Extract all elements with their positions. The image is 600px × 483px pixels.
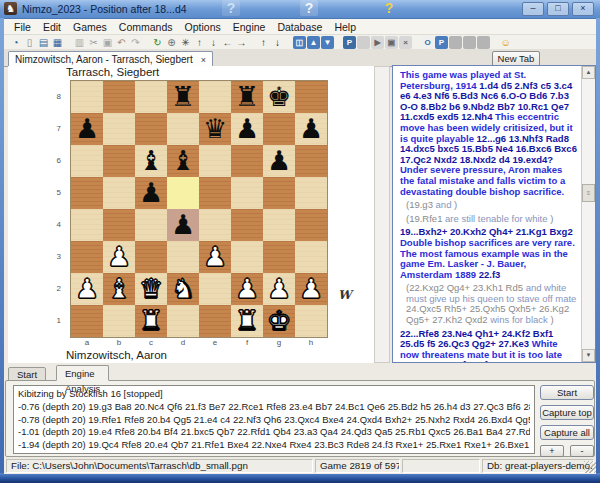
square-g1[interactable]: ♚ [263, 305, 295, 337]
save-icon[interactable]: ▦ [51, 36, 64, 49]
piece-bP-a7: ♟ [75, 113, 99, 145]
piece-wN-d2: ♞ [171, 273, 195, 305]
square-c8[interactable] [135, 81, 167, 113]
file-label: a [71, 338, 103, 347]
square-h5[interactable] [295, 177, 327, 209]
square-g6[interactable]: ♟ [263, 145, 295, 177]
board-panel: Tarrasch, Siegbert 87654321 ♜♜♚♟♛♟♟♝♝♟♟♟… [8, 66, 374, 363]
menu-commands[interactable]: Commands [113, 21, 179, 33]
stop-icon[interactable]: ▣ [385, 36, 398, 49]
rank-label: 7 [48, 113, 66, 145]
app-icon: ♞ [4, 2, 17, 15]
square-b6[interactable] [103, 145, 135, 177]
position-setup-icon[interactable]: P [343, 36, 356, 49]
square-d4[interactable]: ♟ [167, 209, 199, 241]
scroll-up-icon[interactable]: ▲ [582, 66, 595, 79]
square-h3[interactable] [295, 241, 327, 273]
square-f8[interactable]: ♜ [231, 81, 263, 113]
square-e5[interactable] [199, 177, 231, 209]
square-e4[interactable] [199, 209, 231, 241]
variation-paragraph: (19.g3 and ) [406, 200, 578, 211]
rank-label: 3 [48, 241, 66, 273]
move-forward-icon[interactable]: → [235, 36, 248, 49]
move-text[interactable]: (22.Kxg2 Qg4+ 23.Kh1 Rd5 [406, 282, 526, 293]
menu-help[interactable]: Help [328, 21, 362, 33]
engine-line[interactable]: -1.94 (depth 20) 19.Qc4 Rfe8 20.e4 Qb7 2… [18, 439, 530, 452]
piece-wP-a2: ♟ [75, 273, 99, 305]
square-h1[interactable] [295, 305, 327, 337]
move-text[interactable]: ) [550, 213, 553, 224]
engine-line[interactable]: -0.78 (depth 20) 19.Rfe1 Rfe8 20.b4 Qg5 … [18, 414, 530, 427]
disabled-icon-3[interactable] [477, 36, 490, 49]
move-text[interactable]: 22...Rfe8 23.Ne4 Qh1+ 24.Kf2 Bxf1 25.d5 … [400, 328, 553, 350]
board-flip-icon[interactable] [357, 36, 370, 49]
file-label: g [263, 338, 295, 347]
comment-text: and [436, 199, 455, 210]
background-question-icon: ? [222, 0, 240, 16]
background-question-icon: ? [300, 0, 318, 16]
annotation-panel: This game was played at St. Petersburg, … [392, 65, 596, 363]
move-text[interactable]: 19...Bxh2+ 20.Kxh2 Qh4+ 21.Kg1 Bxg2 [400, 226, 573, 237]
square-g2[interactable]: ♟ [263, 273, 295, 305]
square-c3[interactable] [135, 241, 167, 273]
file-label: c [135, 338, 167, 347]
refresh-icon[interactable]: ↻ [151, 36, 164, 49]
file-label: b [103, 338, 135, 347]
square-f6[interactable] [231, 145, 263, 177]
move-text[interactable]: 22.f3 [479, 269, 501, 280]
square-h2[interactable]: ♟ [295, 273, 327, 305]
move-up-icon[interactable]: ↑ [193, 36, 206, 49]
piece-wP-g2: ♟ [267, 273, 291, 305]
comment-text: wins for black [490, 314, 550, 325]
player-name-white: Nimzowitsch, Aaron [66, 349, 167, 361]
square-d2[interactable]: ♞ [167, 273, 199, 305]
move-text[interactable]: ) [454, 199, 457, 210]
square-d3[interactable] [167, 241, 199, 273]
close-game-icon[interactable]: × [399, 36, 412, 49]
square-a8[interactable] [71, 81, 103, 113]
status-game-counter: Game 2819 of 59729 [315, 459, 400, 473]
toolbar: ◔▯▤▦▥✂▣↶↷↻⊕✳↑↓←→↑↓◫▲▼P▶▣×OP☺ [4, 35, 596, 49]
square-e8[interactable] [199, 81, 231, 113]
piece-bP-c5: ♟ [139, 177, 163, 209]
file-label: f [231, 338, 263, 347]
paste-icon[interactable]: ▥ [73, 36, 86, 49]
pause-icon[interactable]: P [435, 36, 448, 49]
piece-bP-f7: ♟ [235, 113, 259, 145]
square-e3[interactable]: ♟ [199, 241, 231, 273]
publish-icon[interactable]: ◫ [293, 36, 306, 49]
rank-label: 6 [48, 145, 66, 177]
rank-label: 4 [48, 209, 66, 241]
annotation-content: This game was played at St. Petersburg, … [393, 66, 581, 362]
plus-button[interactable]: + [540, 445, 564, 457]
engine-bug-icon[interactable]: ✳ [179, 36, 192, 49]
square-a4[interactable] [71, 209, 103, 241]
square-h6[interactable] [295, 145, 327, 177]
tab-engine-analysis[interactable]: Engine Analysis [56, 365, 109, 381]
rank-label: 2 [48, 273, 66, 305]
piece-bP-h7: ♟ [299, 113, 323, 145]
download-icon[interactable]: ▼ [321, 36, 334, 49]
piece-bR-f8: ♜ [235, 81, 259, 113]
tab-game-label: Nimzowitsch, Aaron - Tarrasch, Siegbert [15, 54, 193, 65]
square-g3[interactable] [263, 241, 295, 273]
move-text[interactable]: (19.Rfe1 [406, 213, 445, 224]
minimize-button[interactable]: – [522, 2, 544, 16]
background-question-icon: ? [380, 0, 398, 16]
square-b2[interactable]: ♝ [103, 273, 135, 305]
square-h4[interactable] [295, 209, 327, 241]
square-f4[interactable] [231, 209, 263, 241]
cut-icon[interactable]: ✂ [87, 36, 100, 49]
jump-end-icon[interactable]: ↓ [271, 36, 284, 49]
redo-icon[interactable]: ↷ [129, 36, 142, 49]
piece-bB-c6: ♝ [139, 145, 163, 177]
nimzo-window: ♞ Nimzo_2023 - Position after 18...d4 ? … [0, 0, 600, 483]
engine-line[interactable]: -1.01 (depth 20) 19.e4 Rfe8 20.b4 Bf4 21… [18, 426, 530, 439]
move-text[interactable]: ) [550, 314, 553, 325]
square-c7[interactable] [135, 113, 167, 145]
window-title: Nimzo_2023 - Position after 18...d4 [22, 3, 187, 15]
chess-board: ♜♜♚♟♛♟♟♝♝♟♟♟♟♟♟♝♛♞♟♟♟♜♜♚ [70, 80, 328, 338]
piece-wR-c1: ♜ [139, 305, 163, 337]
square-f7[interactable]: ♟ [231, 113, 263, 145]
square-c5[interactable]: ♟ [135, 177, 167, 209]
move-text[interactable]: (19.g3 [406, 199, 436, 210]
square-a5[interactable] [71, 177, 103, 209]
square-g5[interactable] [263, 177, 295, 209]
undo-icon[interactable]: ↶ [115, 36, 128, 49]
o-mode-icon[interactable]: O [421, 36, 434, 49]
square-a6[interactable] [71, 145, 103, 177]
title-bar[interactable]: ♞ Nimzo_2023 - Position after 18...d4 ? … [0, 0, 600, 19]
status-bar: File: C:\Users\John\Documents\Tarrasch\d… [4, 459, 596, 474]
status-database: Db: great-players-demo.tdb [482, 459, 594, 473]
variation-paragraph: (22.Kxg2 Qg4+ 23.Kh1 Rd5 and white must … [406, 283, 578, 325]
capture-top-button[interactable]: Capture top [540, 405, 594, 420]
rank-label: 5 [48, 177, 66, 209]
open-file-icon[interactable]: ▤ [37, 36, 50, 49]
piece-wP-b3: ♟ [107, 241, 131, 273]
window-frame-left [0, 18, 4, 474]
minus-button[interactable]: - [570, 445, 594, 457]
file-label: h [295, 338, 327, 347]
piece-wP-f2: ♟ [235, 273, 259, 305]
square-f5[interactable] [231, 177, 263, 209]
piece-wK-g1: ♚ [267, 305, 291, 337]
piece-bP-g6: ♟ [267, 145, 291, 177]
square-c4[interactable] [135, 209, 167, 241]
rank-label: 1 [48, 305, 66, 337]
square-a1[interactable] [71, 305, 103, 337]
file-label: d [167, 338, 199, 347]
menu-games[interactable]: Games [67, 21, 113, 33]
close-button[interactable]: × [572, 2, 594, 16]
square-b8[interactable] [103, 81, 135, 113]
menu-engine[interactable]: Engine [227, 21, 272, 33]
square-c2[interactable]: ♛ [135, 273, 167, 305]
disabled-icon-2[interactable] [463, 36, 476, 49]
square-b3[interactable]: ♟ [103, 241, 135, 273]
status-file-path: File: C:\Users\John\Documents\Tarrasch\d… [6, 459, 313, 473]
square-a2[interactable]: ♟ [71, 273, 103, 305]
square-h8[interactable] [295, 81, 327, 113]
piece-wQ-c2: ♛ [139, 273, 163, 305]
square-f1[interactable]: ♜ [231, 305, 263, 337]
square-f3[interactable] [231, 241, 263, 273]
engine-buttons: Start Capture top Capture all + - [540, 385, 594, 457]
square-d5[interactable] [167, 177, 199, 209]
piece-bR-d8: ♜ [171, 81, 195, 113]
square-f2[interactable]: ♟ [231, 273, 263, 305]
scroll-down-icon[interactable]: ▼ [582, 349, 595, 362]
menu-file[interactable]: File [8, 21, 37, 33]
play-icon[interactable]: ▶ [371, 36, 384, 49]
mainline-paragraph: 19...Bxh2+ 20.Kxh2 Qh4+ 21.Kg1 Bxg2 Doub… [400, 227, 578, 280]
square-c6[interactable]: ♝ [135, 145, 167, 177]
square-b5[interactable] [103, 177, 135, 209]
square-a3[interactable] [71, 241, 103, 273]
square-e1[interactable] [199, 305, 231, 337]
mainline-paragraph: This game was played at St. Petersburg, … [400, 70, 578, 197]
piece-bK-g8: ♚ [267, 81, 291, 113]
player-name-black: Tarrasch, Siegbert [66, 66, 159, 78]
piece-bQ-e7: ♛ [203, 113, 227, 145]
resize-grip[interactable] [584, 461, 596, 473]
engine-line[interactable]: -0.76 (depth 20) 19.g3 Ba8 20.Nc4 Qf6 21… [18, 401, 530, 414]
scrollbar-thumb[interactable]: ≡ [582, 184, 595, 202]
square-g7[interactable] [263, 113, 295, 145]
square-a7[interactable]: ♟ [71, 113, 103, 145]
square-d7[interactable] [167, 113, 199, 145]
file-labels: abcdefgh [71, 338, 327, 347]
square-c1[interactable]: ♜ [135, 305, 167, 337]
move-back-icon[interactable]: ← [221, 36, 234, 49]
piece-wR-f1: ♜ [235, 305, 259, 337]
maximize-button[interactable]: □ [547, 2, 569, 16]
square-g8[interactable]: ♚ [263, 81, 295, 113]
window-frame-bottom [0, 473, 600, 483]
move-down-icon[interactable]: ↓ [207, 36, 220, 49]
comment-text: Under severe pressure, Aron makes the fa… [400, 164, 565, 196]
square-d1[interactable] [167, 305, 199, 337]
piece-bB-d6: ♝ [171, 145, 195, 177]
move-text[interactable]: 27...Rxe4+ 28.fxe4 f4+ [400, 359, 498, 362]
square-h7[interactable]: ♟ [295, 113, 327, 145]
square-g4[interactable] [263, 209, 295, 241]
menu-database[interactable]: Database [271, 21, 328, 33]
tab-close-icon[interactable]: × [201, 55, 206, 65]
menu-edit[interactable]: Edit [37, 21, 67, 33]
disabled-icon-1[interactable] [449, 36, 462, 49]
piece-bP-d4: ♟ [171, 209, 195, 241]
rank-labels: 87654321 [48, 81, 66, 337]
piece-wP-h2: ♟ [299, 273, 323, 305]
globe-icon[interactable]: ⊕ [165, 36, 178, 49]
square-b7[interactable] [103, 113, 135, 145]
status-empty-field [402, 459, 480, 473]
smiley-icon[interactable]: ☺ [499, 36, 512, 49]
file-label: e [199, 338, 231, 347]
mainline-paragraph: 22...Rfe8 23.Ne4 Qh1+ 24.Kf2 Bxf1 25.d5 … [400, 329, 578, 362]
board-panel-scrollbar[interactable] [374, 66, 390, 363]
square-b1[interactable] [103, 305, 135, 337]
variation-paragraph: (19.Rfe1 are still tenable for white ) [406, 214, 578, 225]
square-b4[interactable] [103, 209, 135, 241]
menu-options[interactable]: Options [179, 21, 227, 33]
comment-text: are still tenable for white [445, 213, 550, 224]
copy-icon[interactable]: ▣ [101, 36, 114, 49]
piece-wB-b2: ♝ [107, 273, 131, 305]
capture-all-button[interactable]: Capture all [540, 425, 594, 440]
start-button[interactable]: Start [540, 385, 594, 400]
clock-icon[interactable]: ◔ [9, 36, 22, 49]
side-to-move-marker: W [338, 288, 351, 302]
jump-start-icon[interactable]: ↑ [257, 36, 270, 49]
tab-start[interactable]: Start [8, 367, 46, 381]
square-e7[interactable]: ♛ [199, 113, 231, 145]
square-e2[interactable] [199, 273, 231, 305]
annotation-scrollbar[interactable]: ▲ ≡ ▼ [581, 66, 595, 362]
new-document-icon[interactable]: ▯ [23, 36, 36, 49]
tab-game[interactable]: Nimzowitsch, Aaron - Tarrasch, Siegbert … [8, 51, 213, 67]
piece-wP-e3: ♟ [203, 241, 227, 273]
rank-label: 8 [48, 81, 66, 113]
upload-icon[interactable]: ▲ [307, 36, 320, 49]
square-e6[interactable] [199, 145, 231, 177]
window-frame-right [596, 18, 600, 474]
menu-bar: FileEditGamesCommandsOptionsEngineDataba… [4, 19, 596, 35]
square-d6[interactable]: ♝ [167, 145, 199, 177]
square-d8[interactable]: ♜ [167, 81, 199, 113]
